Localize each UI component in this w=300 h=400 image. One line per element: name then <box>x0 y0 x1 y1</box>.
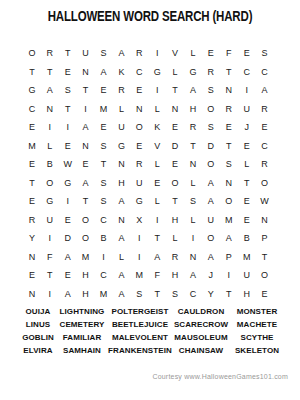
grid-cell: E <box>95 118 113 137</box>
grid-cell: A <box>202 174 220 193</box>
grid-cell: A <box>112 266 130 285</box>
grid-cell: T <box>238 174 256 193</box>
grid-cell: O <box>202 155 220 174</box>
grid-cell: A <box>77 174 95 193</box>
grid-cell: G <box>59 174 77 193</box>
grid-cell: I <box>77 100 95 119</box>
grid-cell: N <box>184 155 202 174</box>
grid-cell: N <box>184 248 202 267</box>
grid-cell: A <box>184 81 202 100</box>
word-item: MALEVOLENT <box>102 331 178 344</box>
grid-cell: E <box>77 155 95 174</box>
grid-cell: I <box>184 229 202 248</box>
grid-cell: R <box>112 81 130 100</box>
grid-cell: C <box>238 63 256 82</box>
grid-cell: G <box>184 63 202 82</box>
word-item: ELVIRA <box>14 344 62 357</box>
grid-cell: S <box>184 192 202 211</box>
grid-cell: I <box>220 266 238 285</box>
word-item: OUIJA <box>14 305 62 318</box>
grid-cell: R <box>130 155 148 174</box>
grid-cell: X <box>130 211 148 230</box>
grid-cell: E <box>130 137 148 156</box>
grid-cell: A <box>202 248 220 267</box>
grid-cell: E <box>23 155 41 174</box>
grid-cell: M <box>238 248 256 267</box>
grid-cell: E <box>130 81 148 100</box>
grid-cell: I <box>148 81 166 100</box>
puzzle-title: HALLOWEEN WORD SEARCH (HARD) <box>27 8 273 24</box>
grid-cell: G <box>130 192 148 211</box>
grid-cell: T <box>23 174 41 193</box>
grid-cell: C <box>95 211 113 230</box>
grid-cell: S <box>220 155 238 174</box>
grid-cell: O <box>202 229 220 248</box>
grid-cell: T <box>77 81 95 100</box>
grid-cell: L <box>184 174 202 193</box>
grid-cell: M <box>77 248 95 267</box>
grid-cell: E <box>148 174 166 193</box>
grid-cell: R <box>130 44 148 63</box>
grid-cell: N <box>77 63 95 82</box>
grid-cell: H <box>77 266 95 285</box>
grid-cell: H <box>166 211 184 230</box>
grid-cell: A <box>112 44 130 63</box>
grid-cell: L <box>41 137 59 156</box>
grid-cell: O <box>202 100 220 119</box>
word-item: SKELETON <box>224 344 290 357</box>
word-item: CEMETERY <box>62 318 102 331</box>
grid-cell: N <box>112 155 130 174</box>
grid-cell: C <box>256 63 274 82</box>
grid-cell: T <box>41 266 59 285</box>
grid-cell: U <box>202 211 220 230</box>
grid-cell: L <box>148 100 166 119</box>
grid-cell: T <box>148 229 166 248</box>
grid-cell: H <box>184 100 202 119</box>
grid-cell: E <box>59 63 77 82</box>
grid-cell: M <box>130 266 148 285</box>
grid-cell: V <box>166 44 184 63</box>
grid-cell: T <box>256 248 274 267</box>
word-item: FAMILIAR <box>62 331 102 344</box>
grid-cell: H <box>77 285 95 304</box>
word-item: MACHETE <box>224 318 290 331</box>
grid-cell: B <box>41 155 59 174</box>
grid-cell: D <box>59 229 77 248</box>
grid-cell: N <box>77 137 95 156</box>
grid-cell: S <box>166 285 184 304</box>
grid-cell: B <box>238 229 256 248</box>
grid-cell: N <box>220 81 238 100</box>
grid-cell: I <box>238 81 256 100</box>
grid-cell: T <box>166 81 184 100</box>
grid-cell: T <box>148 285 166 304</box>
grid-cell: I <box>41 285 59 304</box>
grid-cell: I <box>148 211 166 230</box>
grid-cell: I <box>41 118 59 137</box>
grid-cell: E <box>95 81 113 100</box>
grid-cell: U <box>130 174 148 193</box>
grid-cell: E <box>202 44 220 63</box>
grid-cell: A <box>112 229 130 248</box>
grid-cell: U <box>238 100 256 119</box>
word-item: LIGHTNING <box>62 305 102 318</box>
grid-cell: K <box>148 118 166 137</box>
word-item: BEETLEJUICE <box>102 318 178 331</box>
grid-cell: T <box>95 155 113 174</box>
grid-cell: E <box>23 192 41 211</box>
grid-cell: A <box>112 285 130 304</box>
grid-cell: N <box>220 174 238 193</box>
grid-cell: A <box>59 248 77 267</box>
grid-cell: E <box>256 285 274 304</box>
grid-cell: N <box>112 211 130 230</box>
word-item: FRANKENSTEIN <box>102 344 178 357</box>
grid-cell: U <box>238 266 256 285</box>
grid-cell: O <box>41 174 59 193</box>
grid-cell: N <box>23 248 41 267</box>
grid-cell: S <box>130 285 148 304</box>
grid-cell: G <box>41 192 59 211</box>
grid-cell: R <box>41 44 59 63</box>
word-item: MAUSOLEUM <box>178 331 224 344</box>
grid-cell: E <box>220 118 238 137</box>
grid-cell: L <box>184 44 202 63</box>
grid-cell: D <box>202 137 220 156</box>
grid-cell: O <box>220 192 238 211</box>
grid-cell: G <box>112 137 130 156</box>
grid-cell: C <box>184 285 202 304</box>
grid-cell: A <box>112 192 130 211</box>
grid-cell: A <box>41 81 59 100</box>
grid-cell: E <box>166 155 184 174</box>
grid-cell: A <box>77 118 95 137</box>
word-item: LINUS <box>14 318 62 331</box>
grid-cell: W <box>256 192 274 211</box>
word-item: GOBLIN <box>14 331 62 344</box>
grid-cell: S <box>256 44 274 63</box>
grid-cell: S <box>95 192 113 211</box>
grid-cell: L <box>148 155 166 174</box>
grid-cell: E <box>238 211 256 230</box>
grid-cell: H <box>238 285 256 304</box>
grid-cell: A <box>148 248 166 267</box>
grid-cell: A <box>184 266 202 285</box>
grid-cell: R <box>184 118 202 137</box>
word-item: POLTERGEIST <box>102 305 178 318</box>
grid-cell: T <box>220 285 238 304</box>
letter-grid: ORTUSARIVLEFESTTENAKCGLGRTCCGASTEREITASN… <box>23 44 273 303</box>
grid-cell: L <box>166 63 184 82</box>
grid-cell: E <box>59 211 77 230</box>
grid-cell: R <box>256 155 274 174</box>
word-item: MONSTER <box>224 305 290 318</box>
grid-cell: F <box>41 248 59 267</box>
grid-cell: L <box>166 229 184 248</box>
grid-cell: S <box>202 118 220 137</box>
grid-cell: I <box>59 118 77 137</box>
grid-cell: P <box>256 229 274 248</box>
grid-cell: R <box>202 63 220 82</box>
word-item: SCYTHE <box>224 331 290 344</box>
grid-cell: E <box>238 44 256 63</box>
grid-cell: R <box>23 211 41 230</box>
grid-cell: T <box>166 192 184 211</box>
grid-cell: R <box>220 100 238 119</box>
grid-cell: H <box>166 266 184 285</box>
grid-cell: J <box>238 118 256 137</box>
grid-cell: T <box>23 63 41 82</box>
grid-cell: I <box>148 44 166 63</box>
grid-cell: E <box>238 192 256 211</box>
grid-cell: E <box>238 137 256 156</box>
grid-cell: N <box>256 211 274 230</box>
grid-cell: L <box>238 155 256 174</box>
grid-cell: O <box>256 266 274 285</box>
word-item: SCARECROW <box>178 318 224 331</box>
grid-cell: M <box>23 137 41 156</box>
grid-cell: B <box>95 229 113 248</box>
grid-cell: I <box>130 229 148 248</box>
grid-cell: F <box>220 44 238 63</box>
grid-cell: A <box>256 81 274 100</box>
grid-cell: S <box>95 44 113 63</box>
grid-cell: E <box>59 137 77 156</box>
grid-cell: N <box>166 100 184 119</box>
grid-cell: R <box>166 248 184 267</box>
grid-cell: C <box>256 137 274 156</box>
grid-cell: S <box>59 81 77 100</box>
grid-cell: M <box>95 285 113 304</box>
grid-cell: N <box>41 100 59 119</box>
grid-cell: C <box>95 266 113 285</box>
grid-cell: I <box>95 248 113 267</box>
grid-cell: P <box>220 248 238 267</box>
grid-cell: O <box>256 174 274 193</box>
grid-cell: O <box>77 211 95 230</box>
grid-cell: O <box>166 174 184 193</box>
grid-cell: F <box>148 266 166 285</box>
grid-cell: E <box>23 266 41 285</box>
grid-cell: E <box>23 118 41 137</box>
grid-cell: A <box>59 285 77 304</box>
grid-cell: E <box>256 118 274 137</box>
grid-cell: G <box>148 63 166 82</box>
grid-cell: I <box>130 248 148 267</box>
grid-cell: D <box>166 137 184 156</box>
worksheet-page: HALLOWEEN WORD SEARCH (HARD) ORTUSARIVLE… <box>0 0 300 400</box>
word-item: SAMHAIN <box>62 344 102 357</box>
grid-cell: T <box>41 63 59 82</box>
grid-cell: E <box>166 118 184 137</box>
grid-cell: A <box>202 192 220 211</box>
grid-cell: L <box>112 248 130 267</box>
grid-cell: U <box>77 44 95 63</box>
grid-cell: N <box>23 285 41 304</box>
word-item: CHAINSAW <box>178 344 224 357</box>
grid-cell: O <box>130 118 148 137</box>
grid-cell: L <box>112 100 130 119</box>
grid-cell: U <box>41 211 59 230</box>
grid-cell: E <box>59 266 77 285</box>
grid-cell: Y <box>202 285 220 304</box>
grid-cell: M <box>220 211 238 230</box>
grid-cell: T <box>184 137 202 156</box>
grid-cell: S <box>202 81 220 100</box>
grid-cell: G <box>23 81 41 100</box>
grid-cell: S <box>95 137 113 156</box>
grid-cell: H <box>112 174 130 193</box>
grid-cell: C <box>23 100 41 119</box>
grid-cell: L <box>184 211 202 230</box>
grid-cell: A <box>95 63 113 82</box>
grid-cell: V <box>148 137 166 156</box>
grid-cell: T <box>59 100 77 119</box>
grid-cell: I <box>59 192 77 211</box>
grid-cell: C <box>130 63 148 82</box>
grid-cell: W <box>59 155 77 174</box>
grid-cell: J <box>202 266 220 285</box>
grid-cell: T <box>59 44 77 63</box>
grid-cell: L <box>148 192 166 211</box>
grid-cell: Y <box>23 229 41 248</box>
grid-cell: O <box>77 229 95 248</box>
grid-cell: N <box>130 100 148 119</box>
grid-cell: A <box>220 229 238 248</box>
grid-cell: S <box>95 174 113 193</box>
grid-cell: T <box>220 137 238 156</box>
word-item: CAULDRON <box>178 305 224 318</box>
grid-cell: U <box>112 118 130 137</box>
grid-cell: R <box>256 100 274 119</box>
grid-cell: I <box>41 229 59 248</box>
word-list: OUIJALIGHTNINGPOLTERGEISTCAULDRONMONSTER… <box>14 305 290 357</box>
grid-cell: O <box>23 44 41 63</box>
grid-cell: T <box>220 63 238 82</box>
grid-cell: T <box>77 192 95 211</box>
grid-cell: K <box>112 63 130 82</box>
grid-cell: M <box>95 100 113 119</box>
courtesy-text: Courtesy www.HalloweenGames101.com <box>152 373 288 380</box>
